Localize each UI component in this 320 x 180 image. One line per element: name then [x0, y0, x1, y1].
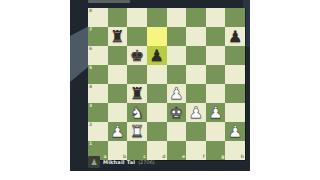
- square-f1[interactable]: f: [186, 141, 206, 160]
- square-e4[interactable]: ♟: [167, 84, 187, 103]
- rank-label-8: 8: [89, 9, 92, 14]
- video-frame: 87♜♟6♚♟54♜♟3♞♚♟♟2♟♜♟1abcdefgh ♟ Mikhail …: [70, 0, 250, 171]
- square-c7[interactable]: [127, 27, 147, 46]
- rank-label-5: 5: [89, 66, 92, 71]
- pawn-icon: ♟: [90, 158, 97, 167]
- rank-label-2: 2: [89, 123, 92, 128]
- square-b7[interactable]: ♜: [108, 27, 128, 46]
- square-d2[interactable]: [147, 122, 167, 141]
- square-g5[interactable]: [206, 65, 226, 84]
- file-label-d: d: [162, 155, 165, 160]
- square-a7[interactable]: 7: [88, 27, 108, 46]
- square-f6[interactable]: [186, 46, 206, 65]
- file-label-f: f: [203, 155, 205, 160]
- square-g7[interactable]: [206, 27, 226, 46]
- square-b3[interactable]: [108, 103, 128, 122]
- square-e8[interactable]: [167, 8, 187, 27]
- piece-black-pawn[interactable]: ♟: [150, 48, 164, 64]
- square-a3[interactable]: 3: [88, 103, 108, 122]
- square-h7[interactable]: ♟: [225, 27, 245, 46]
- square-e6[interactable]: [167, 46, 187, 65]
- piece-white-rook[interactable]: ♜: [130, 124, 144, 140]
- square-e5[interactable]: [167, 65, 187, 84]
- square-g2[interactable]: [206, 122, 226, 141]
- piece-black-rook[interactable]: ♜: [110, 29, 124, 45]
- square-a6[interactable]: 6: [88, 46, 108, 65]
- square-f7[interactable]: [186, 27, 206, 46]
- piece-white-pawn[interactable]: ♟: [208, 105, 222, 121]
- square-f3[interactable]: ♟: [186, 103, 206, 122]
- square-h3[interactable]: [225, 103, 245, 122]
- square-g6[interactable]: [206, 46, 226, 65]
- square-b6[interactable]: [108, 46, 128, 65]
- player-avatar: ♟: [88, 156, 100, 168]
- square-c5[interactable]: [127, 65, 147, 84]
- square-h2[interactable]: ♟: [225, 122, 245, 141]
- square-b5[interactable]: [108, 65, 128, 84]
- cropped-top-player-bar: [88, 0, 130, 3]
- rank-label-6: 6: [89, 47, 92, 52]
- square-d7[interactable]: [147, 27, 167, 46]
- player-rating: (2706): [138, 159, 155, 165]
- square-a8[interactable]: 8: [88, 8, 108, 27]
- square-d6[interactable]: ♟: [147, 46, 167, 65]
- square-d8[interactable]: [147, 8, 167, 27]
- piece-black-rook[interactable]: ♜: [130, 86, 144, 102]
- square-e1[interactable]: e: [167, 141, 187, 160]
- rank-label-4: 4: [89, 85, 92, 90]
- rank-label-3: 3: [89, 104, 92, 109]
- file-label-g: g: [221, 155, 224, 160]
- square-b4[interactable]: [108, 84, 128, 103]
- square-e3[interactable]: ♚: [167, 103, 187, 122]
- square-a4[interactable]: 4: [88, 84, 108, 103]
- square-h6[interactable]: [225, 46, 245, 65]
- square-c8[interactable]: [127, 8, 147, 27]
- square-d4[interactable]: [147, 84, 167, 103]
- square-g1[interactable]: g: [206, 141, 226, 160]
- square-f5[interactable]: [186, 65, 206, 84]
- piece-black-king[interactable]: ♚: [130, 48, 144, 64]
- piece-black-pawn[interactable]: ♟: [228, 29, 242, 45]
- piece-white-pawn[interactable]: ♟: [169, 86, 183, 102]
- square-a2[interactable]: 2: [88, 122, 108, 141]
- piece-white-pawn[interactable]: ♟: [228, 124, 242, 140]
- chess-board[interactable]: 87♜♟6♚♟54♜♟3♞♚♟♟2♟♜♟1abcdefgh: [88, 8, 245, 160]
- square-b8[interactable]: [108, 8, 128, 27]
- square-a5[interactable]: 5: [88, 65, 108, 84]
- square-h1[interactable]: h: [225, 141, 245, 160]
- file-label-e: e: [182, 155, 185, 160]
- square-b2[interactable]: ♟: [108, 122, 128, 141]
- square-h5[interactable]: [225, 65, 245, 84]
- square-h8[interactable]: [225, 8, 245, 27]
- square-h4[interactable]: [225, 84, 245, 103]
- square-f8[interactable]: [186, 8, 206, 27]
- piece-white-king[interactable]: ♚: [169, 105, 183, 121]
- piece-white-pawn[interactable]: ♟: [110, 124, 124, 140]
- square-g8[interactable]: [206, 8, 226, 27]
- square-c6[interactable]: ♚: [127, 46, 147, 65]
- piece-white-knight[interactable]: ♞: [130, 105, 144, 121]
- square-e7[interactable]: [167, 27, 187, 46]
- square-f4[interactable]: [186, 84, 206, 103]
- square-d3[interactable]: [147, 103, 167, 122]
- rank-label-1: 1: [89, 142, 92, 147]
- bottom-player-bar: ♟ Mikhail Tal (2706): [88, 155, 155, 169]
- file-label-h: h: [241, 155, 244, 160]
- square-c4[interactable]: ♜: [127, 84, 147, 103]
- piece-white-pawn[interactable]: ♟: [189, 105, 203, 121]
- square-d5[interactable]: [147, 65, 167, 84]
- player-name: Mikhail Tal: [103, 159, 135, 165]
- rank-label-7: 7: [89, 28, 92, 33]
- square-c3[interactable]: ♞: [127, 103, 147, 122]
- square-f2[interactable]: [186, 122, 206, 141]
- square-c2[interactable]: ♜: [127, 122, 147, 141]
- background-art-shape: [70, 26, 89, 82]
- square-e2[interactable]: [167, 122, 187, 141]
- square-g3[interactable]: ♟: [206, 103, 226, 122]
- square-g4[interactable]: [206, 84, 226, 103]
